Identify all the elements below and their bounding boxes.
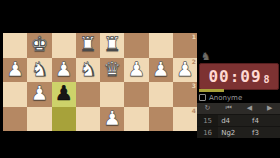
black-move[interactable]: f3 [249, 129, 280, 137]
square[interactable] [100, 82, 124, 107]
white-rook: ♜ [79, 34, 97, 54]
white-king: ♚ [30, 34, 48, 54]
square[interactable] [3, 107, 27, 132]
square[interactable]: 3 [173, 82, 197, 107]
square[interactable]: ♟ [52, 58, 76, 83]
square[interactable]: ♟ [27, 82, 51, 107]
square[interactable]: ♛ [100, 58, 124, 83]
player-row[interactable]: Anonyme [199, 92, 242, 103]
square[interactable] [3, 82, 27, 107]
white-pawn: ♟ [127, 59, 145, 79]
move-controls-bar: ↻ ⏮ ◀ ▶ [197, 103, 280, 114]
square[interactable] [149, 82, 173, 107]
square[interactable]: 4 [173, 107, 197, 132]
white-move[interactable]: d4 [218, 117, 249, 125]
square[interactable]: ♟ [149, 58, 173, 83]
square[interactable] [3, 33, 27, 58]
move-number: 15 [197, 115, 218, 126]
square[interactable]: ♟ [3, 58, 27, 83]
square[interactable] [149, 33, 173, 58]
square[interactable]: ♞ [27, 58, 51, 83]
stream-frame: ♚♜♜1♟♞♟♞♛♟♟♟2♟♟3♟4 ♞ 00:09 8 Anonyme ↻ ⏮… [0, 0, 280, 158]
square[interactable] [124, 33, 148, 58]
square[interactable]: ♟ [100, 107, 124, 132]
move-row: 16 Ng2 f3 [197, 126, 280, 138]
square[interactable]: 1 [173, 33, 197, 58]
square[interactable] [149, 107, 173, 132]
square[interactable]: ♟2 [173, 58, 197, 83]
move-list: 15 d4 f4 16 Ng2 f3 [197, 114, 280, 138]
prev-move-icon[interactable]: ◀ [247, 105, 252, 112]
clock-time: 00:09 [208, 67, 261, 86]
rank-coordinate: 3 [192, 83, 196, 89]
black-move[interactable]: f4 [249, 117, 280, 125]
white-pawn: ♟ [152, 59, 170, 79]
clock: 00:09 8 [199, 63, 279, 90]
clock-tenths: 8 [264, 74, 270, 85]
square[interactable]: ♟ [124, 58, 148, 83]
white-pawn: ♟ [30, 83, 48, 103]
square[interactable] [27, 107, 51, 132]
rank-coordinate: 4 [192, 108, 196, 114]
move-number: 16 [197, 127, 218, 138]
square[interactable] [76, 107, 100, 132]
player-badge-icon [199, 94, 206, 101]
black-pawn: ♟ [55, 83, 73, 103]
rank-coordinate: 2 [192, 59, 196, 65]
cycle-icon[interactable]: ↻ [205, 105, 211, 112]
move-row: 15 d4 f4 [197, 114, 280, 126]
first-move-icon[interactable]: ⏮ [225, 105, 231, 112]
white-move[interactable]: Ng2 [218, 129, 249, 137]
square[interactable] [52, 107, 76, 132]
square[interactable]: ♜ [100, 33, 124, 58]
captured-knight-icon: ♞ [201, 50, 211, 63]
white-queen: ♛ [103, 59, 121, 79]
square[interactable]: ♞ [76, 58, 100, 83]
white-knight: ♞ [79, 59, 97, 79]
white-pawn: ♟ [6, 59, 24, 79]
square[interactable] [52, 33, 76, 58]
white-knight: ♞ [30, 59, 48, 79]
square[interactable]: ♟ [52, 82, 76, 107]
square[interactable]: ♚ [27, 33, 51, 58]
square[interactable]: ♜ [76, 33, 100, 58]
white-pawn: ♟ [103, 108, 121, 128]
player-name[interactable]: Anonyme [209, 94, 242, 102]
white-rook: ♜ [103, 34, 121, 54]
square[interactable] [124, 82, 148, 107]
square[interactable] [124, 107, 148, 132]
chess-board: ♚♜♜1♟♞♟♞♛♟♟♟2♟♟3♟4 [3, 33, 197, 131]
white-pawn: ♟ [55, 59, 73, 79]
square[interactable] [76, 82, 100, 107]
next-move-icon[interactable]: ▶ [267, 105, 272, 112]
rank-coordinate: 1 [192, 34, 196, 40]
